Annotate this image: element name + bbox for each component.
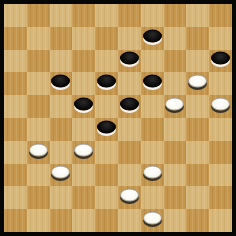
dark-square[interactable] xyxy=(4,118,27,141)
black-piece[interactable] xyxy=(143,75,162,88)
dark-square[interactable] xyxy=(164,50,187,73)
light-square xyxy=(164,209,187,232)
light-square xyxy=(4,4,27,27)
white-piece[interactable] xyxy=(120,189,139,202)
light-square xyxy=(27,164,50,187)
black-piece[interactable] xyxy=(120,52,139,65)
black-piece[interactable] xyxy=(143,29,162,42)
dark-square[interactable] xyxy=(95,164,118,187)
light-square xyxy=(95,141,118,164)
black-piece[interactable] xyxy=(211,52,230,65)
dark-square[interactable] xyxy=(141,118,164,141)
dark-square[interactable] xyxy=(95,27,118,50)
light-square xyxy=(141,4,164,27)
light-square xyxy=(95,186,118,209)
dark-square[interactable] xyxy=(118,186,141,209)
dark-square[interactable] xyxy=(72,95,95,118)
dark-square[interactable] xyxy=(72,141,95,164)
dark-square[interactable] xyxy=(118,141,141,164)
dark-square[interactable] xyxy=(27,50,50,73)
dark-square[interactable] xyxy=(209,4,232,27)
light-square xyxy=(95,95,118,118)
light-square xyxy=(118,27,141,50)
white-piece[interactable] xyxy=(188,75,207,88)
light-square xyxy=(186,4,209,27)
white-piece[interactable] xyxy=(143,166,162,179)
white-piece[interactable] xyxy=(143,212,162,225)
dark-square[interactable] xyxy=(118,95,141,118)
dark-square[interactable] xyxy=(186,209,209,232)
light-square xyxy=(27,27,50,50)
dark-square[interactable] xyxy=(118,50,141,73)
light-square xyxy=(118,164,141,187)
dark-square[interactable] xyxy=(50,72,73,95)
dark-square[interactable] xyxy=(72,50,95,73)
dark-square[interactable] xyxy=(27,186,50,209)
dark-square[interactable] xyxy=(209,186,232,209)
dark-square[interactable] xyxy=(4,27,27,50)
white-piece[interactable] xyxy=(211,98,230,111)
dark-square[interactable] xyxy=(95,72,118,95)
dark-square[interactable] xyxy=(4,164,27,187)
white-piece[interactable] xyxy=(29,143,48,156)
light-square xyxy=(164,118,187,141)
black-piece[interactable] xyxy=(74,98,93,111)
dark-square[interactable] xyxy=(95,118,118,141)
light-square xyxy=(27,118,50,141)
light-square xyxy=(164,164,187,187)
dark-square[interactable] xyxy=(141,27,164,50)
light-square xyxy=(50,141,73,164)
light-square xyxy=(72,118,95,141)
light-square xyxy=(4,186,27,209)
light-square xyxy=(72,164,95,187)
white-piece[interactable] xyxy=(74,143,93,156)
dark-square[interactable] xyxy=(209,50,232,73)
dark-square[interactable] xyxy=(118,4,141,27)
light-square xyxy=(118,209,141,232)
dark-square[interactable] xyxy=(164,95,187,118)
light-square xyxy=(72,209,95,232)
light-square xyxy=(118,118,141,141)
dark-square[interactable] xyxy=(50,27,73,50)
light-square xyxy=(141,50,164,73)
light-square xyxy=(50,95,73,118)
dark-square[interactable] xyxy=(209,141,232,164)
light-square xyxy=(141,141,164,164)
black-piece[interactable] xyxy=(120,98,139,111)
dark-square[interactable] xyxy=(72,186,95,209)
dark-square[interactable] xyxy=(209,95,232,118)
dark-square[interactable] xyxy=(141,209,164,232)
light-square xyxy=(186,186,209,209)
white-piece[interactable] xyxy=(165,98,184,111)
light-square xyxy=(209,27,232,50)
light-square xyxy=(209,209,232,232)
dark-square[interactable] xyxy=(50,164,73,187)
dark-square[interactable] xyxy=(164,186,187,209)
black-piece[interactable] xyxy=(97,75,116,88)
dark-square[interactable] xyxy=(186,118,209,141)
light-square xyxy=(4,141,27,164)
light-square xyxy=(95,4,118,27)
light-square xyxy=(186,141,209,164)
light-square xyxy=(72,72,95,95)
black-piece[interactable] xyxy=(97,120,116,133)
dark-square[interactable] xyxy=(186,27,209,50)
dark-square[interactable] xyxy=(186,164,209,187)
light-square xyxy=(4,50,27,73)
board-frame xyxy=(0,0,236,236)
dark-square[interactable] xyxy=(95,209,118,232)
light-square xyxy=(186,95,209,118)
black-piece[interactable] xyxy=(51,75,70,88)
dark-square[interactable] xyxy=(141,164,164,187)
dark-square[interactable] xyxy=(164,4,187,27)
dark-square[interactable] xyxy=(164,141,187,164)
light-square xyxy=(50,186,73,209)
dark-square[interactable] xyxy=(50,118,73,141)
dark-square[interactable] xyxy=(186,72,209,95)
light-square xyxy=(164,27,187,50)
light-square xyxy=(27,209,50,232)
light-square xyxy=(164,72,187,95)
light-square xyxy=(209,72,232,95)
dark-square[interactable] xyxy=(4,209,27,232)
dark-square[interactable] xyxy=(141,72,164,95)
dark-square[interactable] xyxy=(27,141,50,164)
dark-square[interactable] xyxy=(50,209,73,232)
light-square xyxy=(141,186,164,209)
dark-square[interactable] xyxy=(27,95,50,118)
light-square xyxy=(4,95,27,118)
draughts-board xyxy=(4,4,232,232)
light-square xyxy=(186,50,209,73)
light-square xyxy=(27,72,50,95)
dark-square[interactable] xyxy=(27,4,50,27)
light-square xyxy=(50,50,73,73)
white-piece[interactable] xyxy=(51,166,70,179)
light-square xyxy=(209,118,232,141)
dark-square[interactable] xyxy=(4,72,27,95)
light-square xyxy=(72,27,95,50)
light-square xyxy=(118,72,141,95)
light-square xyxy=(141,95,164,118)
dark-square[interactable] xyxy=(72,4,95,27)
light-square xyxy=(95,50,118,73)
light-square xyxy=(209,164,232,187)
light-square xyxy=(50,4,73,27)
